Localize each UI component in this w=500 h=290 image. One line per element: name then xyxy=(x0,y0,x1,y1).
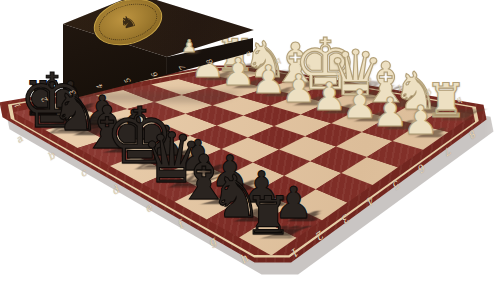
product-photo-scene: aabbccddeeffgghh1122334455667788♟♟♜♜♟♟♞♞… xyxy=(0,0,500,290)
white-p-glyph: ♟ xyxy=(403,100,439,140)
piece-white-p-h7: ♟♟ xyxy=(403,100,439,140)
staged-white-pawn: ♟♟ xyxy=(181,38,196,55)
white-p-glyph: ♟ xyxy=(181,38,196,55)
piece-black-r-h1: ♜♜ xyxy=(244,189,292,242)
black-r-glyph: ♜ xyxy=(244,189,292,242)
